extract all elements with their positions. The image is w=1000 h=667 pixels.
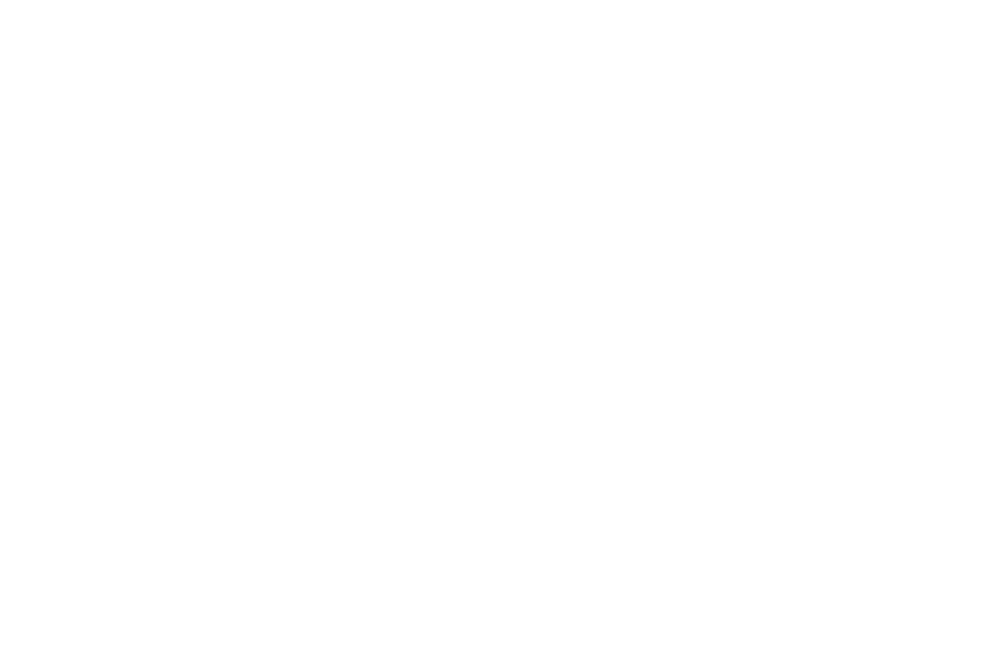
photo-stage xyxy=(0,0,1000,667)
board-graphic xyxy=(0,0,1000,667)
chess-board[interactable] xyxy=(0,0,1000,667)
